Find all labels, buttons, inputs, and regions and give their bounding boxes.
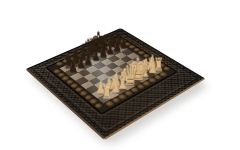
black-pawn[interactable]: ♟ xyxy=(61,59,85,75)
scene: ♜♞♝♛♚♝♞♜♟♟♟♟♟♟♟♟♟♟♟♟♟♟♟♟♜♞♝♛♚♝♞♜ xyxy=(0,0,240,150)
board-frame: ♜♞♝♛♚♝♞♜♟♟♟♟♟♟♟♟♟♟♟♟♟♟♟♟♜♞♝♛♚♝♞♜ xyxy=(25,28,205,140)
white-rook[interactable]: ♜ xyxy=(94,82,120,102)
checker-margin: ♜♞♝♛♚♝♞♜♟♟♟♟♟♟♟♟♟♟♟♟♟♟♟♟♜♞♝♛♚♝♞♜ xyxy=(46,35,177,114)
chess-board: ♜♞♝♛♚♝♞♜♟♟♟♟♟♟♟♟♟♟♟♟♟♟♟♟♜♞♝♛♚♝♞♜ xyxy=(25,28,205,140)
playing-field: ♜♞♝♛♚♝♞♜♟♟♟♟♟♟♟♟♟♟♟♟♟♟♟♟♜♞♝♛♚♝♞♜ xyxy=(60,42,163,103)
